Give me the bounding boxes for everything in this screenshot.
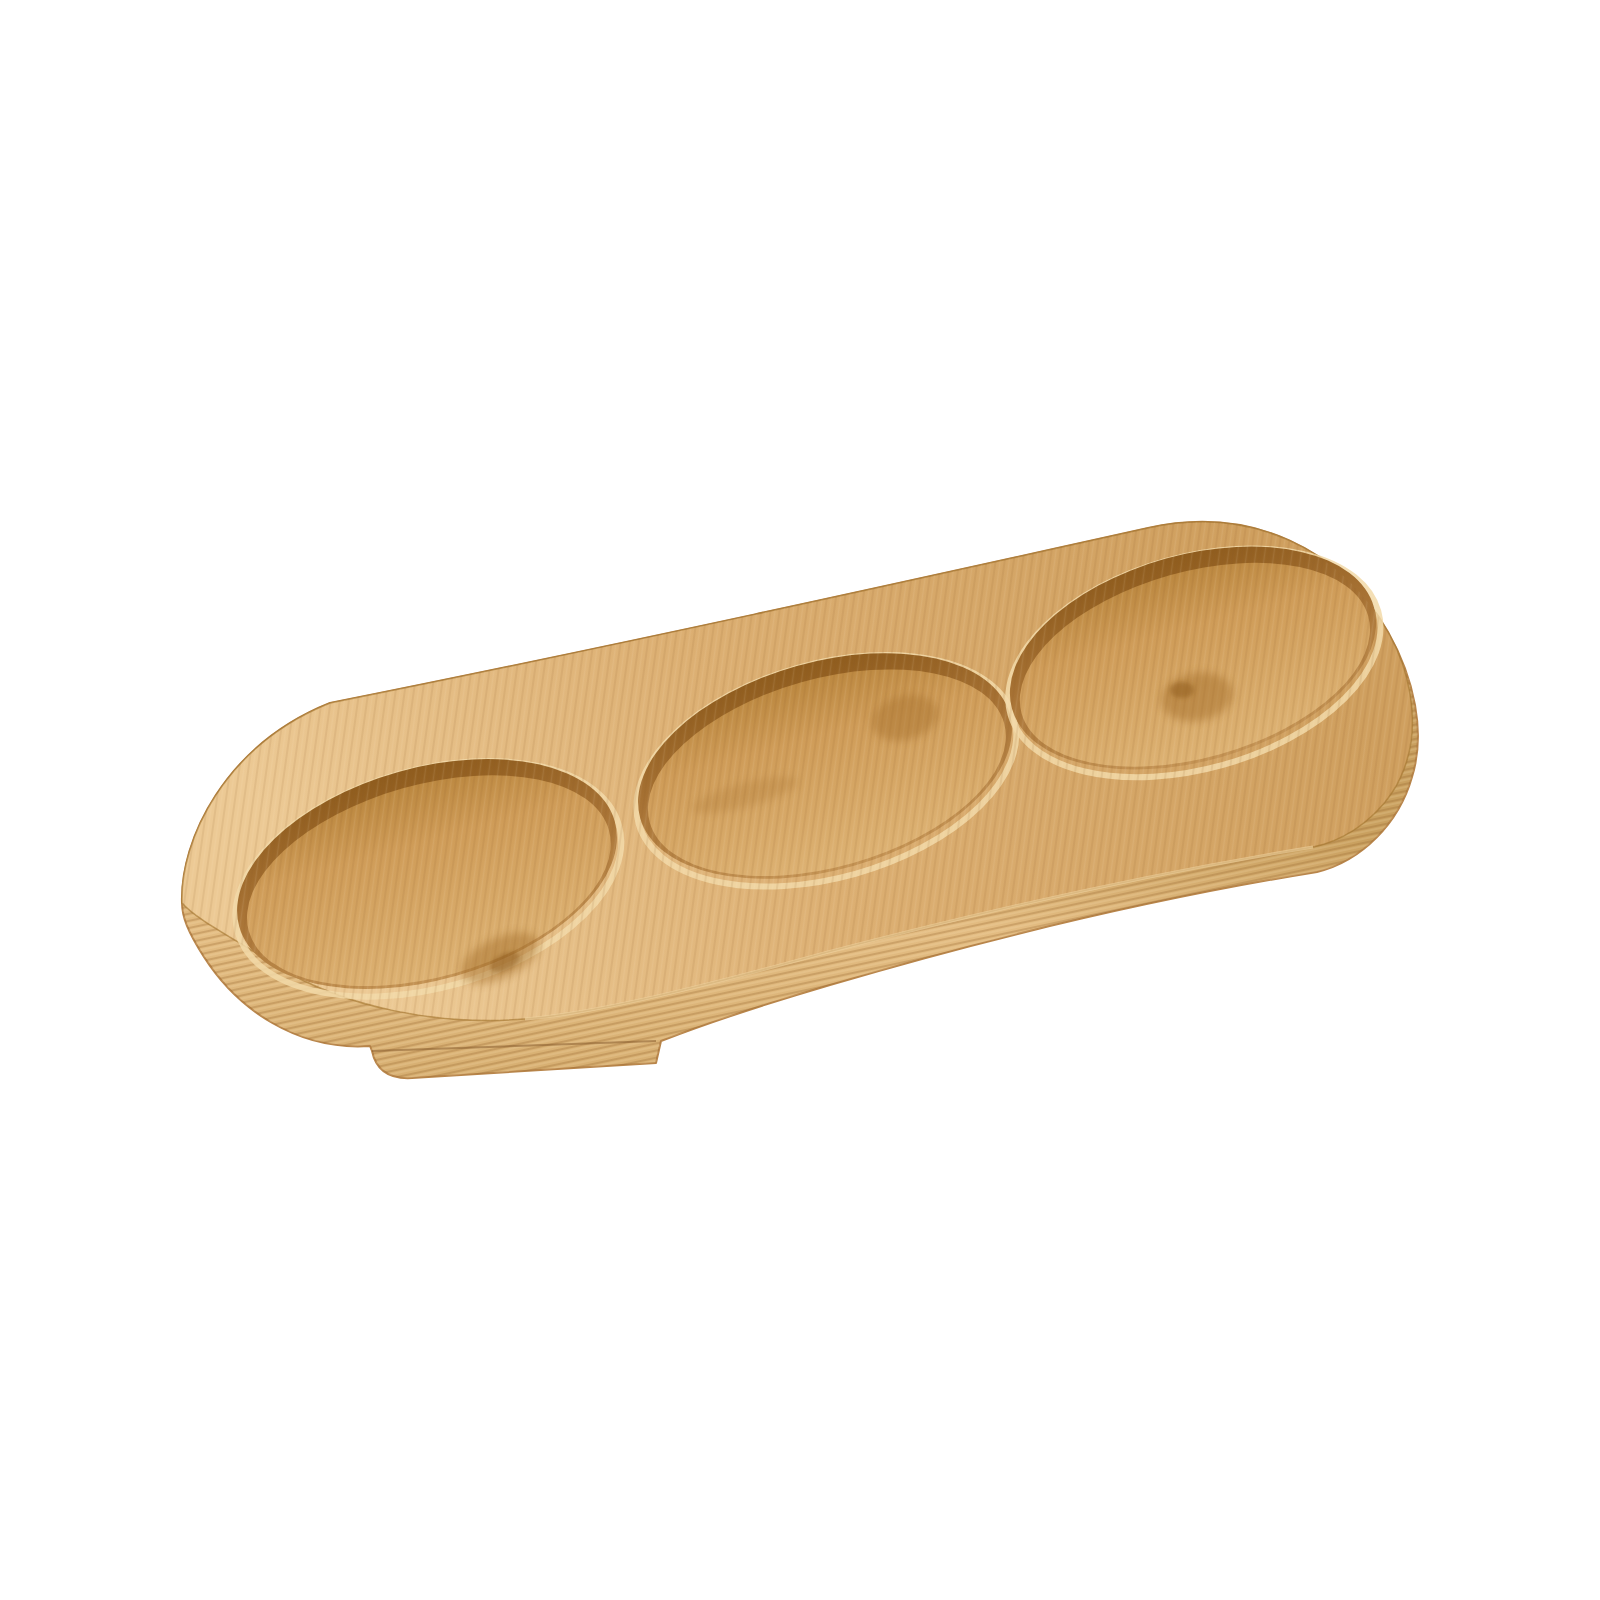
wood-knot (1170, 682, 1194, 698)
product-photo (0, 0, 1600, 1600)
bamboo-tray (150, 480, 1470, 1120)
bamboo-tray-illustration (0, 0, 1600, 1600)
